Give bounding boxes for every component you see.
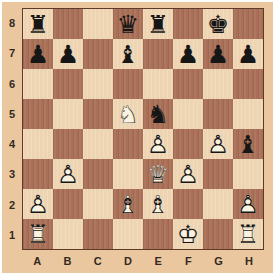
white-bishop-piece[interactable]: ♝♗ xyxy=(113,189,143,219)
white-piece-outline-glyph: ♘ xyxy=(113,99,143,129)
black-king-piece[interactable]: ♚ xyxy=(203,9,233,39)
square-a8[interactable]: ♜ xyxy=(23,9,53,39)
square-d2[interactable]: ♝♗ xyxy=(113,189,143,219)
square-b2[interactable] xyxy=(53,189,83,219)
square-d4[interactable] xyxy=(113,129,143,159)
square-e4[interactable]: ♟♙ xyxy=(143,129,173,159)
file-label-c: C xyxy=(83,250,113,271)
white-piece-outline-glyph: ♙ xyxy=(23,189,53,219)
square-g3[interactable] xyxy=(203,159,233,189)
rank-label-5: 5 xyxy=(2,99,22,129)
square-e5[interactable]: ♞ xyxy=(143,99,173,129)
square-g4[interactable]: ♟♙ xyxy=(203,129,233,159)
square-b4[interactable] xyxy=(53,129,83,159)
white-pawn-piece[interactable]: ♟♙ xyxy=(23,189,53,219)
white-bishop-piece[interactable]: ♝♗ xyxy=(143,189,173,219)
square-c2[interactable] xyxy=(83,189,113,219)
square-a5[interactable] xyxy=(23,99,53,129)
square-c1[interactable] xyxy=(83,219,113,249)
square-f5[interactable] xyxy=(173,99,203,129)
black-pawn-piece[interactable]: ♟ xyxy=(233,39,263,69)
square-f6[interactable] xyxy=(173,69,203,99)
square-d7[interactable]: ♝ xyxy=(113,39,143,69)
square-d3[interactable] xyxy=(113,159,143,189)
square-e2[interactable]: ♝♗ xyxy=(143,189,173,219)
file-label-f: F xyxy=(173,250,203,271)
black-pawn-piece[interactable]: ♟ xyxy=(203,39,233,69)
white-piece-outline-glyph: ♕ xyxy=(143,159,173,189)
rank-label-4: 4 xyxy=(2,129,22,159)
square-b7[interactable]: ♟ xyxy=(53,39,83,69)
white-piece-outline-glyph: ♙ xyxy=(143,129,173,159)
square-f7[interactable]: ♟ xyxy=(173,39,203,69)
square-b6[interactable] xyxy=(53,69,83,99)
square-b8[interactable] xyxy=(53,9,83,39)
file-label-d: D xyxy=(113,250,143,271)
square-h3[interactable] xyxy=(233,159,263,189)
white-rook-piece[interactable]: ♜♖ xyxy=(233,219,263,249)
rank-label-3: 3 xyxy=(2,159,22,189)
file-label-a: A xyxy=(22,250,52,271)
white-piece-outline-glyph: ♗ xyxy=(143,189,173,219)
chess-board: ♜♛♜♚♟♟♝♟♟♟♞♘♞♟♙♟♙♝♟♙♛♕♟♙♟♙♝♗♝♗♟♙♜♖♚♔♜♖ xyxy=(22,8,264,250)
white-pawn-piece[interactable]: ♟♙ xyxy=(143,129,173,159)
square-c7[interactable] xyxy=(83,39,113,69)
square-h7[interactable]: ♟ xyxy=(233,39,263,69)
square-a2[interactable]: ♟♙ xyxy=(23,189,53,219)
white-piece-outline-glyph: ♙ xyxy=(53,159,83,189)
white-piece-outline-glyph: ♖ xyxy=(23,219,53,249)
file-label-e: E xyxy=(143,250,173,271)
file-label-h: H xyxy=(234,250,264,271)
square-f1[interactable]: ♚♔ xyxy=(173,219,203,249)
board-frame: 87654321 ABCDEFGH ♜♛♜♚♟♟♝♟♟♟♞♘♞♟♙♟♙♝♟♙♛♕… xyxy=(2,2,273,273)
square-c8[interactable] xyxy=(83,9,113,39)
square-a1[interactable]: ♜♖ xyxy=(23,219,53,249)
square-g2[interactable] xyxy=(203,189,233,219)
file-label-b: B xyxy=(52,250,82,271)
square-g8[interactable]: ♚ xyxy=(203,9,233,39)
black-pawn-piece[interactable]: ♟ xyxy=(53,39,83,69)
white-knight-piece[interactable]: ♞♘ xyxy=(113,99,143,129)
black-queen-piece[interactable]: ♛ xyxy=(113,9,143,39)
square-f4[interactable] xyxy=(173,129,203,159)
rank-label-8: 8 xyxy=(2,8,22,38)
square-b3[interactable]: ♟♙ xyxy=(53,159,83,189)
rank-label-6: 6 xyxy=(2,69,22,99)
square-f8[interactable] xyxy=(173,9,203,39)
square-c6[interactable] xyxy=(83,69,113,99)
square-h2[interactable]: ♟♙ xyxy=(233,189,263,219)
square-h5[interactable] xyxy=(233,99,263,129)
white-queen-piece[interactable]: ♛♕ xyxy=(143,159,173,189)
square-a6[interactable] xyxy=(23,69,53,99)
square-c5[interactable] xyxy=(83,99,113,129)
square-a7[interactable]: ♟ xyxy=(23,39,53,69)
square-d1[interactable] xyxy=(113,219,143,249)
black-rook-piece[interactable]: ♜ xyxy=(23,9,53,39)
white-pawn-piece[interactable]: ♟♙ xyxy=(53,159,83,189)
white-pawn-piece[interactable]: ♟♙ xyxy=(233,189,263,219)
square-g7[interactable]: ♟ xyxy=(203,39,233,69)
white-rook-piece[interactable]: ♜♖ xyxy=(23,219,53,249)
square-b1[interactable] xyxy=(53,219,83,249)
square-b5[interactable] xyxy=(53,99,83,129)
square-e6[interactable] xyxy=(143,69,173,99)
square-f3[interactable]: ♟♙ xyxy=(173,159,203,189)
square-g1[interactable] xyxy=(203,219,233,249)
black-bishop-piece[interactable]: ♝ xyxy=(233,129,263,159)
square-e3[interactable]: ♛♕ xyxy=(143,159,173,189)
square-a4[interactable] xyxy=(23,129,53,159)
square-d6[interactable] xyxy=(113,69,143,99)
square-d5[interactable]: ♞♘ xyxy=(113,99,143,129)
white-pawn-piece[interactable]: ♟♙ xyxy=(203,129,233,159)
square-e8[interactable]: ♜ xyxy=(143,9,173,39)
file-label-g: G xyxy=(204,250,234,271)
square-h4[interactable]: ♝ xyxy=(233,129,263,159)
white-piece-outline-glyph: ♗ xyxy=(113,189,143,219)
square-h8[interactable] xyxy=(233,9,263,39)
black-rook-piece[interactable]: ♜ xyxy=(143,9,173,39)
square-c4[interactable] xyxy=(83,129,113,159)
square-h6[interactable] xyxy=(233,69,263,99)
rank-labels: 87654321 xyxy=(2,8,22,250)
white-piece-outline-glyph: ♙ xyxy=(173,159,203,189)
square-d8[interactable]: ♛ xyxy=(113,9,143,39)
rank-label-7: 7 xyxy=(2,38,22,68)
rank-label-2: 2 xyxy=(2,190,22,220)
square-f2[interactable] xyxy=(173,189,203,219)
square-c3[interactable] xyxy=(83,159,113,189)
square-g6[interactable] xyxy=(203,69,233,99)
square-e1[interactable] xyxy=(143,219,173,249)
square-h1[interactable]: ♜♖ xyxy=(233,219,263,249)
white-king-piece[interactable]: ♚♔ xyxy=(173,219,203,249)
black-knight-piece[interactable]: ♞ xyxy=(143,99,173,129)
square-g5[interactable] xyxy=(203,99,233,129)
file-labels: ABCDEFGH xyxy=(22,250,264,271)
white-piece-outline-glyph: ♖ xyxy=(233,219,263,249)
white-piece-outline-glyph: ♙ xyxy=(203,129,233,159)
white-pawn-piece[interactable]: ♟♙ xyxy=(173,159,203,189)
square-a3[interactable] xyxy=(23,159,53,189)
black-bishop-piece[interactable]: ♝ xyxy=(113,39,143,69)
white-piece-outline-glyph: ♔ xyxy=(173,219,203,249)
black-pawn-piece[interactable]: ♟ xyxy=(173,39,203,69)
rank-label-1: 1 xyxy=(2,220,22,250)
black-pawn-piece[interactable]: ♟ xyxy=(23,39,53,69)
square-e7[interactable] xyxy=(143,39,173,69)
white-piece-outline-glyph: ♙ xyxy=(233,189,263,219)
